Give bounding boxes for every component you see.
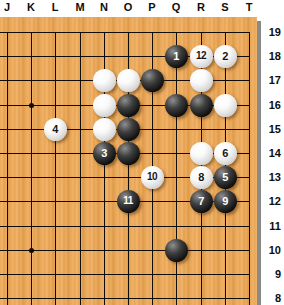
stone-black-O16	[117, 94, 140, 117]
move-number-label: 12	[196, 51, 206, 61]
column-label-Q: Q	[172, 1, 181, 13]
grid-vline-M	[80, 32, 81, 305]
row-label-15: 15	[261, 123, 281, 135]
grid-hline-9	[0, 274, 250, 275]
move-number-label: 6	[222, 148, 228, 159]
stone-black-Q10	[165, 239, 188, 262]
stone-white-S14-move-6: 6	[214, 142, 237, 165]
move-number-label: 8	[198, 172, 204, 183]
row-label-19: 19	[261, 26, 281, 38]
row-label-9: 9	[261, 268, 281, 280]
column-label-O: O	[124, 1, 133, 13]
grid-vline-T	[249, 32, 250, 305]
stone-white-N15	[93, 118, 116, 141]
row-label-16: 16	[261, 99, 281, 111]
stone-black-O12-move-11: 11	[117, 190, 140, 213]
column-label-J: J	[4, 1, 10, 13]
stone-white-S18-move-2: 2	[214, 45, 237, 68]
board-drop-shadow	[257, 21, 261, 305]
column-label-K: K	[27, 1, 35, 13]
stone-black-Q18-move-1: 1	[165, 45, 188, 68]
stone-black-O15	[117, 118, 140, 141]
stone-white-R14	[190, 142, 213, 165]
move-number-label: 1	[173, 51, 179, 62]
move-number-label: 3	[101, 148, 107, 159]
go-diagram-screenshot: JKLMNOPQRST19181716151413121110981122436…	[0, 0, 284, 305]
stone-white-S16	[214, 94, 237, 117]
grid-vline-J	[7, 32, 8, 305]
row-label-17: 17	[261, 74, 281, 86]
stone-black-S12-move-9: 9	[214, 190, 237, 213]
grid-hline-10	[0, 250, 250, 251]
row-label-18: 18	[261, 50, 281, 62]
move-number-label: 11	[123, 196, 133, 206]
move-number-label: 5	[222, 172, 228, 183]
column-label-R: R	[197, 1, 205, 13]
grid-vline-L	[55, 32, 56, 305]
grid-vline-K	[31, 32, 32, 305]
stone-white-N17	[93, 69, 116, 92]
move-number-label: 7	[198, 196, 204, 207]
grid-hline-8	[0, 298, 250, 299]
column-label-M: M	[75, 1, 84, 13]
move-number-label: 4	[52, 124, 58, 135]
row-label-8: 8	[261, 292, 281, 304]
stone-black-P17	[141, 69, 164, 92]
column-label-T: T	[246, 1, 253, 13]
column-label-L: L	[52, 1, 59, 13]
stone-black-N14-move-3: 3	[93, 142, 116, 165]
stone-black-Q16	[165, 94, 188, 117]
stone-black-R12-move-7: 7	[190, 190, 213, 213]
grid-hline-19	[0, 32, 250, 33]
row-label-12: 12	[261, 195, 281, 207]
column-label-P: P	[148, 1, 155, 13]
star-point-K10	[29, 248, 34, 253]
stone-black-S13-move-5: 5	[214, 166, 237, 189]
stone-white-P13-move-10: 10	[141, 166, 164, 189]
stone-white-O17	[117, 69, 140, 92]
stone-white-N16	[93, 94, 116, 117]
stone-black-O14	[117, 142, 140, 165]
grid-hline-11	[0, 226, 250, 227]
move-number-label: 2	[222, 51, 228, 62]
row-label-11: 11	[261, 220, 281, 232]
column-label-N: N	[100, 1, 108, 13]
row-label-14: 14	[261, 147, 281, 159]
move-number-label: 10	[147, 172, 157, 182]
row-label-13: 13	[261, 171, 281, 183]
grid-vline-Q	[176, 32, 177, 305]
move-number-label: 9	[222, 196, 228, 207]
star-point-K16	[29, 103, 34, 108]
column-label-S: S	[221, 1, 228, 13]
row-label-10: 10	[261, 244, 281, 256]
stone-white-R18-move-12: 12	[190, 45, 213, 68]
stone-white-R13-move-8: 8	[190, 166, 213, 189]
stone-white-R17	[190, 69, 213, 92]
grid-hline-18	[0, 56, 250, 57]
grid-hline-13	[0, 177, 250, 178]
stone-black-R16	[190, 94, 213, 117]
stone-white-L15-move-4: 4	[44, 118, 67, 141]
